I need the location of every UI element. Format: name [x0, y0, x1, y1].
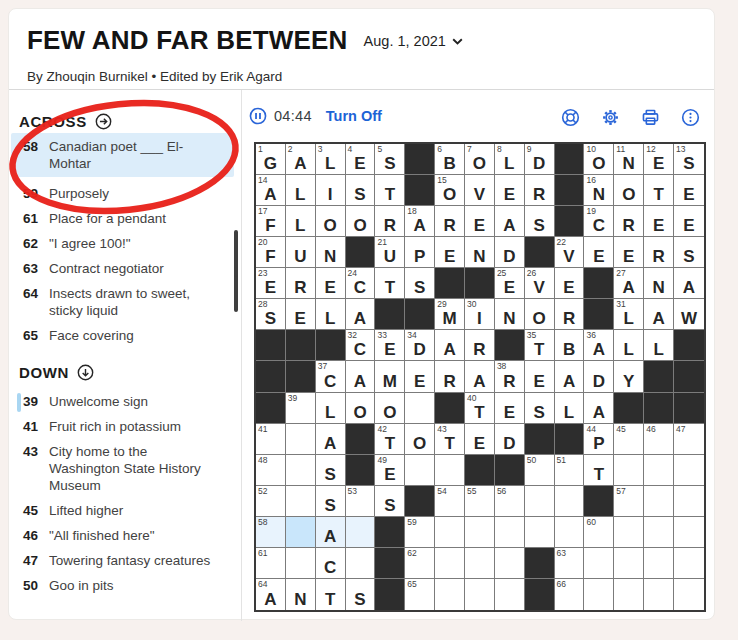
cell-r15c4[interactable]: S: [346, 579, 376, 610]
clue-across-64[interactable]: 64Insects drawn to sweet,sticky liquid: [11, 283, 234, 321]
cell-r2c1[interactable]: 14A: [256, 175, 286, 206]
cell-r11c3[interactable]: S: [316, 455, 346, 486]
cell-r14c15[interactable]: [674, 548, 704, 579]
black-cell-r7c15: [674, 330, 704, 361]
cell-r11c7[interactable]: [435, 455, 465, 486]
black-cell-r15c5: [375, 579, 405, 610]
clue-down-45[interactable]: 45Lifted higher: [11, 500, 234, 521]
cell-number: 62: [407, 548, 416, 558]
cell-r5c3[interactable]: E: [316, 268, 346, 299]
cell-number: 24: [348, 268, 357, 278]
cell-r1c1[interactable]: 1G: [256, 144, 286, 175]
cell-letter: S: [346, 185, 375, 204]
cell-number: 29: [437, 299, 446, 309]
clue-down-43[interactable]: 43City home to theWashington State Histo…: [11, 441, 234, 496]
cell-letter: L: [316, 154, 345, 173]
cell-number: 40: [467, 393, 476, 403]
down-header[interactable]: DOWN: [19, 364, 94, 381]
cell-r9c5[interactable]: O: [375, 393, 405, 424]
cell-number: 65: [407, 579, 416, 589]
cell-r2c3[interactable]: I: [316, 175, 346, 206]
clue-across-59[interactable]: 59Purposely: [11, 183, 234, 204]
cell-r4c6[interactable]: P: [405, 237, 435, 268]
across-header[interactable]: ACROSS: [19, 113, 112, 130]
cell-r6c13[interactable]: 31L: [614, 299, 644, 330]
crossword-grid: 1G2A3L4E5S6B7O8L9D10O11N12E13S14ALIST15O…: [254, 142, 706, 612]
cell-letter: M: [435, 309, 464, 328]
cell-r8c4[interactable]: A: [346, 361, 376, 392]
cell-letter: S: [375, 496, 404, 515]
cell-r6c1[interactable]: 28S: [256, 299, 286, 330]
clue-text: City home to theWashington State History…: [49, 443, 201, 494]
cell-r4c15[interactable]: S: [674, 237, 704, 268]
cell-r4c1[interactable]: 20F: [256, 237, 286, 268]
black-cell-r12c12: [584, 486, 614, 517]
cell-r15c9[interactable]: [495, 579, 525, 610]
cell-letter: E: [465, 216, 494, 235]
cell-number: 60: [586, 517, 595, 527]
cell-r1c12[interactable]: 10O: [584, 144, 614, 175]
clue-number: 62: [23, 235, 45, 252]
cell-letter: E: [644, 216, 673, 235]
cell-r12c2[interactable]: [286, 486, 316, 517]
cell-r2c10[interactable]: R: [525, 175, 555, 206]
cell-r8c8[interactable]: A: [465, 361, 495, 392]
circled-down-arrow-icon: [77, 364, 94, 381]
cell-r12c11[interactable]: [555, 486, 585, 517]
cell-letter: L: [555, 403, 584, 422]
clue-across-61[interactable]: 61Place for a pendant: [11, 208, 234, 229]
cell-r6c7[interactable]: 29M: [435, 299, 465, 330]
cell-r14c14[interactable]: [644, 548, 674, 579]
cell-letter: A: [674, 278, 704, 297]
cell-number: 13: [676, 144, 685, 154]
cell-r12c8[interactable]: 55: [465, 486, 495, 517]
cell-r10c13[interactable]: 45: [614, 424, 644, 455]
cell-r12c7[interactable]: 54: [435, 486, 465, 517]
cell-r2c14[interactable]: T: [644, 175, 674, 206]
cell-letter: D: [525, 154, 554, 173]
cell-r15c11[interactable]: 66: [555, 579, 585, 610]
cell-r4c14[interactable]: R: [644, 237, 674, 268]
clue-down-51[interactable]: 51: [11, 600, 234, 606]
cell-letter: A: [614, 278, 643, 297]
cell-r7c4[interactable]: 32C: [346, 330, 376, 361]
cell-r3c4[interactable]: O: [346, 206, 376, 237]
cell-r1c15[interactable]: 13S: [674, 144, 704, 175]
down-label: DOWN: [19, 364, 69, 381]
cell-r5c11[interactable]: E: [555, 268, 585, 299]
cell-r2c15[interactable]: E: [674, 175, 704, 206]
cell-r4c11[interactable]: 22V: [555, 237, 585, 268]
cell-r15c1[interactable]: 64A: [256, 579, 286, 610]
cell-r5c6[interactable]: S: [405, 268, 435, 299]
cell-r6c9[interactable]: N: [495, 299, 525, 330]
cell-r13c14[interactable]: [644, 517, 674, 548]
cell-r14c3[interactable]: C: [316, 548, 346, 579]
cell-r14c9[interactable]: [495, 548, 525, 579]
cell-r6c8[interactable]: 30I: [465, 299, 495, 330]
cell-r14c6[interactable]: 62: [405, 548, 435, 579]
down-clue-list: 39Unwelcome sign41Fruit rich in potassiu…: [9, 386, 242, 613]
cell-r11c1[interactable]: 48: [256, 455, 286, 486]
clue-across-66[interactable]: 66Methods: [11, 350, 234, 356]
cell-r12c9[interactable]: 56: [495, 486, 525, 517]
cell-r1c13[interactable]: 11N: [614, 144, 644, 175]
cell-r9c9[interactable]: E: [495, 393, 525, 424]
cell-r1c3[interactable]: 3L: [316, 144, 346, 175]
cell-letter: L: [614, 309, 643, 328]
cell-r12c4[interactable]: 53: [346, 486, 376, 517]
cell-r9c11[interactable]: L: [555, 393, 585, 424]
cell-r10c9[interactable]: D: [495, 424, 525, 455]
cell-letter: A: [435, 340, 464, 359]
cell-r10c12[interactable]: 44P: [584, 424, 614, 455]
cell-r1c5[interactable]: 5S: [375, 144, 405, 175]
cell-r2c4[interactable]: S: [346, 175, 376, 206]
cell-r1c8[interactable]: 7O: [465, 144, 495, 175]
cell-r7c13[interactable]: L: [614, 330, 644, 361]
cell-r9c2[interactable]: 39: [286, 393, 316, 424]
cell-r4c3[interactable]: N: [316, 237, 346, 268]
cell-r6c10[interactable]: O: [525, 299, 555, 330]
cell-r8c6[interactable]: E: [405, 361, 435, 392]
cell-r1c7[interactable]: 6B: [435, 144, 465, 175]
cell-letter: P: [405, 247, 434, 266]
cell-r5c2[interactable]: R: [286, 268, 316, 299]
cell-r15c2[interactable]: N: [286, 579, 316, 610]
cell-r4c13[interactable]: E: [614, 237, 644, 268]
print-icon[interactable]: [641, 108, 660, 127]
cell-r2c13[interactable]: O: [614, 175, 644, 206]
more-icon[interactable]: [681, 108, 700, 127]
cell-number: 41: [258, 424, 267, 434]
cell-r4c8[interactable]: N: [465, 237, 495, 268]
cell-r4c5[interactable]: 21U: [375, 237, 405, 268]
cell-r3c1[interactable]: 17F: [256, 206, 286, 237]
cell-r3c3[interactable]: O: [316, 206, 346, 237]
cell-letter: Y: [614, 372, 643, 391]
cell-r9c6[interactable]: [405, 393, 435, 424]
cell-r11c13[interactable]: [614, 455, 644, 486]
cell-letter: O: [346, 216, 375, 235]
cell-r13c13[interactable]: [614, 517, 644, 548]
cell-r13c1[interactable]: 58: [256, 517, 286, 548]
cell-r11c14[interactable]: [644, 455, 674, 486]
clue-text: Canadian poet ___ El-Mohtar: [49, 138, 183, 172]
cell-letter: F: [256, 247, 285, 266]
cell-number: 52: [258, 486, 267, 496]
cell-r13c4[interactable]: [346, 517, 376, 548]
clue-down-41[interactable]: 41Fruit rich in potassium: [11, 416, 234, 437]
cell-r12c14[interactable]: [644, 486, 674, 517]
cell-r3c5[interactable]: R: [375, 206, 405, 237]
cell-r5c15[interactable]: A: [674, 268, 704, 299]
cell-r11c11[interactable]: 51: [555, 455, 585, 486]
cell-r7c12[interactable]: 36A: [584, 330, 614, 361]
cell-letter: L: [644, 340, 673, 359]
clue-number: 39: [23, 393, 45, 410]
cell-r3c9[interactable]: A: [495, 206, 525, 237]
cell-number: 22: [557, 237, 566, 247]
cell-r3c10[interactable]: S: [525, 206, 555, 237]
clue-across-58[interactable]: 58Canadian poet ___ El-Mohtar: [11, 133, 234, 177]
cell-r2c8[interactable]: V: [465, 175, 495, 206]
cell-letter: A: [346, 309, 375, 328]
cell-letter: S: [256, 309, 285, 328]
cell-r13c7[interactable]: [435, 517, 465, 548]
cell-letter: N: [316, 247, 345, 266]
clue-across-65[interactable]: 65Face covering: [11, 325, 234, 346]
cell-r1c2[interactable]: 2A: [286, 144, 316, 175]
help-icon[interactable]: [561, 108, 580, 127]
cell-r5c13[interactable]: 27A: [614, 268, 644, 299]
cell-r13c2[interactable]: [286, 517, 316, 548]
cell-r2c2[interactable]: L: [286, 175, 316, 206]
cell-letter: C: [346, 278, 375, 297]
clue-text: Fruit rich in potassium: [49, 418, 181, 435]
turn-off-button[interactable]: Turn Off: [326, 108, 382, 124]
cell-r14c13[interactable]: [614, 548, 644, 579]
cell-letter: S: [346, 590, 375, 609]
down-scrollbar-thumb[interactable]: [234, 230, 238, 277]
cell-r9c3[interactable]: L: [316, 393, 346, 424]
cell-number: 49: [377, 455, 386, 465]
cell-r7c7[interactable]: A: [435, 330, 465, 361]
clue-down-47[interactable]: 47Towering fantasy creatures: [11, 550, 234, 571]
cell-r14c1[interactable]: 61: [256, 548, 286, 579]
cell-r7c6[interactable]: 34D: [405, 330, 435, 361]
cell-r3c13[interactable]: R: [614, 206, 644, 237]
cell-r13c15[interactable]: [674, 517, 704, 548]
clue-text: Place for a pendant: [49, 210, 166, 227]
cell-letter: A: [495, 216, 524, 235]
cell-r12c13[interactable]: 57: [614, 486, 644, 517]
cell-r15c14[interactable]: [644, 579, 674, 610]
clue-across-63[interactable]: 63Contract negotiator: [11, 258, 234, 279]
cell-r13c12[interactable]: 60: [584, 517, 614, 548]
cell-number: 7: [467, 144, 472, 154]
cell-r11c12[interactable]: T: [584, 455, 614, 486]
cell-r8c10[interactable]: E: [525, 361, 555, 392]
cell-number: 34: [407, 330, 416, 340]
clue-number: 41: [23, 418, 45, 435]
cell-r13c8[interactable]: [465, 517, 495, 548]
clue-number: 63: [23, 260, 45, 277]
cell-r8c11[interactable]: A: [555, 361, 585, 392]
cell-letter: R: [375, 216, 404, 235]
cell-letter: N: [584, 185, 613, 204]
black-cell-r8c2: [286, 361, 316, 392]
cell-r5c5[interactable]: T: [375, 268, 405, 299]
cell-r3c7[interactable]: R: [435, 206, 465, 237]
pause-icon[interactable]: [249, 107, 267, 125]
cell-number: 53: [348, 486, 357, 496]
cell-r2c12[interactable]: 16N: [584, 175, 614, 206]
clue-down-39[interactable]: 39Unwelcome sign: [11, 391, 234, 412]
cell-r10c2[interactable]: [286, 424, 316, 455]
cell-r14c4[interactable]: [346, 548, 376, 579]
cell-r13c3[interactable]: A: [316, 517, 346, 548]
cell-r15c6[interactable]: 65: [405, 579, 435, 610]
cell-r12c3[interactable]: S: [316, 486, 346, 517]
cell-r2c5[interactable]: T: [375, 175, 405, 206]
clue-across-62[interactable]: 62"I agree 100!": [11, 233, 234, 254]
cell-r3c2[interactable]: L: [286, 206, 316, 237]
cell-r3c14[interactable]: E: [644, 206, 674, 237]
cell-r12c1[interactable]: 52: [256, 486, 286, 517]
cell-r7c14[interactable]: L: [644, 330, 674, 361]
cell-r15c13[interactable]: [614, 579, 644, 610]
cell-r8c12[interactable]: D: [584, 361, 614, 392]
cell-r4c7[interactable]: E: [435, 237, 465, 268]
cell-r13c9[interactable]: [495, 517, 525, 548]
cell-r10c6[interactable]: O: [405, 424, 435, 455]
cell-r14c8[interactable]: [465, 548, 495, 579]
cell-r10c7[interactable]: 43T: [435, 424, 465, 455]
cell-letter: E: [375, 340, 404, 359]
cell-r3c12[interactable]: 19C: [584, 206, 614, 237]
black-cell-r5c8: [465, 268, 495, 299]
cell-r10c8[interactable]: E: [465, 424, 495, 455]
cell-letter: E: [435, 247, 464, 266]
cell-r8c5[interactable]: M: [375, 361, 405, 392]
cell-letter: E: [405, 372, 434, 391]
cell-r5c9[interactable]: 25E: [495, 268, 525, 299]
cell-r14c2[interactable]: [286, 548, 316, 579]
cell-r9c10[interactable]: S: [525, 393, 555, 424]
cell-r8c9[interactable]: 38R: [495, 361, 525, 392]
cell-r9c4[interactable]: O: [346, 393, 376, 424]
black-cell-r7c3: [316, 330, 346, 361]
cell-r15c7[interactable]: [435, 579, 465, 610]
date-selector[interactable]: Aug. 1, 2021: [364, 33, 463, 49]
clue-text: "All finished here": [49, 527, 155, 544]
cell-letter: D: [584, 372, 613, 391]
cell-r11c10[interactable]: 50: [525, 455, 555, 486]
cell-r8c13[interactable]: Y: [614, 361, 644, 392]
cell-letter: N: [614, 154, 643, 173]
cell-letter: O: [346, 403, 375, 422]
cell-r2c7[interactable]: 15O: [435, 175, 465, 206]
cell-r7c10[interactable]: 35T: [525, 330, 555, 361]
cell-r15c12[interactable]: [584, 579, 614, 610]
cell-r6c11[interactable]: R: [555, 299, 585, 330]
cell-number: 45: [616, 424, 625, 434]
cell-r6c15[interactable]: W: [674, 299, 704, 330]
cell-r6c2[interactable]: E: [286, 299, 316, 330]
settings-icon[interactable]: [601, 108, 620, 127]
cell-letter: O: [584, 154, 613, 173]
cell-r12c10[interactable]: [525, 486, 555, 517]
across-label: ACROSS: [19, 113, 87, 130]
cell-r7c11[interactable]: B: [555, 330, 585, 361]
puzzle-card: FEW AND FAR BETWEEN Aug. 1, 2021 By Zhou…: [8, 8, 715, 620]
cell-r13c11[interactable]: [555, 517, 585, 548]
cell-r13c10[interactable]: [525, 517, 555, 548]
cell-r1c9[interactable]: 8L: [495, 144, 525, 175]
cell-r4c9[interactable]: D: [495, 237, 525, 268]
cell-r6c3[interactable]: L: [316, 299, 346, 330]
cell-r15c3[interactable]: T: [316, 579, 346, 610]
cell-letter: S: [525, 403, 554, 422]
black-cell-r8c15: [674, 361, 704, 392]
black-cell-r15c10: [525, 579, 555, 610]
cell-number: 8: [497, 144, 502, 154]
cell-r4c2[interactable]: U: [286, 237, 316, 268]
cell-r5c14[interactable]: N: [644, 268, 674, 299]
clue-down-50[interactable]: 50Goo in pits: [11, 575, 234, 596]
cell-r10c1[interactable]: 41: [256, 424, 286, 455]
cell-r1c4[interactable]: 4E: [346, 144, 376, 175]
cell-r3c6[interactable]: 18A: [405, 206, 435, 237]
cell-r11c15[interactable]: [674, 455, 704, 486]
cell-letter: E: [674, 185, 704, 204]
cell-r5c10[interactable]: 26V: [525, 268, 555, 299]
cell-r10c5[interactable]: 42T: [375, 424, 405, 455]
clue-text: Lifted higher: [49, 502, 123, 519]
black-cell-r9c15: [674, 393, 704, 424]
cell-r8c7[interactable]: R: [435, 361, 465, 392]
cell-r12c15[interactable]: [674, 486, 704, 517]
cell-r11c6[interactable]: [405, 455, 435, 486]
cell-r3c15[interactable]: E: [674, 206, 704, 237]
cell-r7c5[interactable]: 33E: [375, 330, 405, 361]
cell-r10c14[interactable]: 46: [644, 424, 674, 455]
cell-r9c8[interactable]: 40T: [465, 393, 495, 424]
cell-letter: I: [465, 309, 494, 328]
cell-r13c6[interactable]: 59: [405, 517, 435, 548]
cell-r8c3[interactable]: 37C: [316, 361, 346, 392]
cell-letter: U: [375, 247, 404, 266]
cell-r5c1[interactable]: 23E: [256, 268, 286, 299]
cell-r12c5[interactable]: S: [375, 486, 405, 517]
cell-r11c5[interactable]: 49E: [375, 455, 405, 486]
black-cell-r9c1: [256, 393, 286, 424]
cell-r10c15[interactable]: 47: [674, 424, 704, 455]
cell-letter: E: [465, 434, 494, 453]
cell-r7c8[interactable]: R: [465, 330, 495, 361]
cell-r14c12[interactable]: [584, 548, 614, 579]
cell-r11c2[interactable]: [286, 455, 316, 486]
cell-letter: E: [346, 154, 375, 173]
clue-down-46[interactable]: 46"All finished here": [11, 525, 234, 546]
cell-letter: T: [375, 278, 404, 297]
cell-r15c15[interactable]: [674, 579, 704, 610]
cell-r2c9[interactable]: E: [495, 175, 525, 206]
cell-r10c3[interactable]: A: [316, 424, 346, 455]
cell-r14c7[interactable]: [435, 548, 465, 579]
cell-number: 30: [467, 299, 476, 309]
cell-r4c12[interactable]: E: [584, 237, 614, 268]
cell-letter: R: [286, 278, 315, 297]
cell-r1c14[interactable]: 12E: [644, 144, 674, 175]
cell-r15c8[interactable]: [465, 579, 495, 610]
cell-r3c8[interactable]: E: [465, 206, 495, 237]
cell-letter: V: [555, 247, 584, 266]
cell-r6c4[interactable]: A: [346, 299, 376, 330]
black-cell-r6c12: [584, 299, 614, 330]
cell-r14c11[interactable]: 63: [555, 548, 585, 579]
cell-r1c10[interactable]: 9D: [525, 144, 555, 175]
black-cell-r8c14: [644, 361, 674, 392]
cell-number: 36: [586, 330, 595, 340]
cell-r6c14[interactable]: A: [644, 299, 674, 330]
cell-r5c4[interactable]: 24C: [346, 268, 376, 299]
across-scrollbar-thumb[interactable]: [234, 273, 238, 312]
cell-r9c12[interactable]: A: [584, 393, 614, 424]
cell-number: 44: [586, 424, 595, 434]
